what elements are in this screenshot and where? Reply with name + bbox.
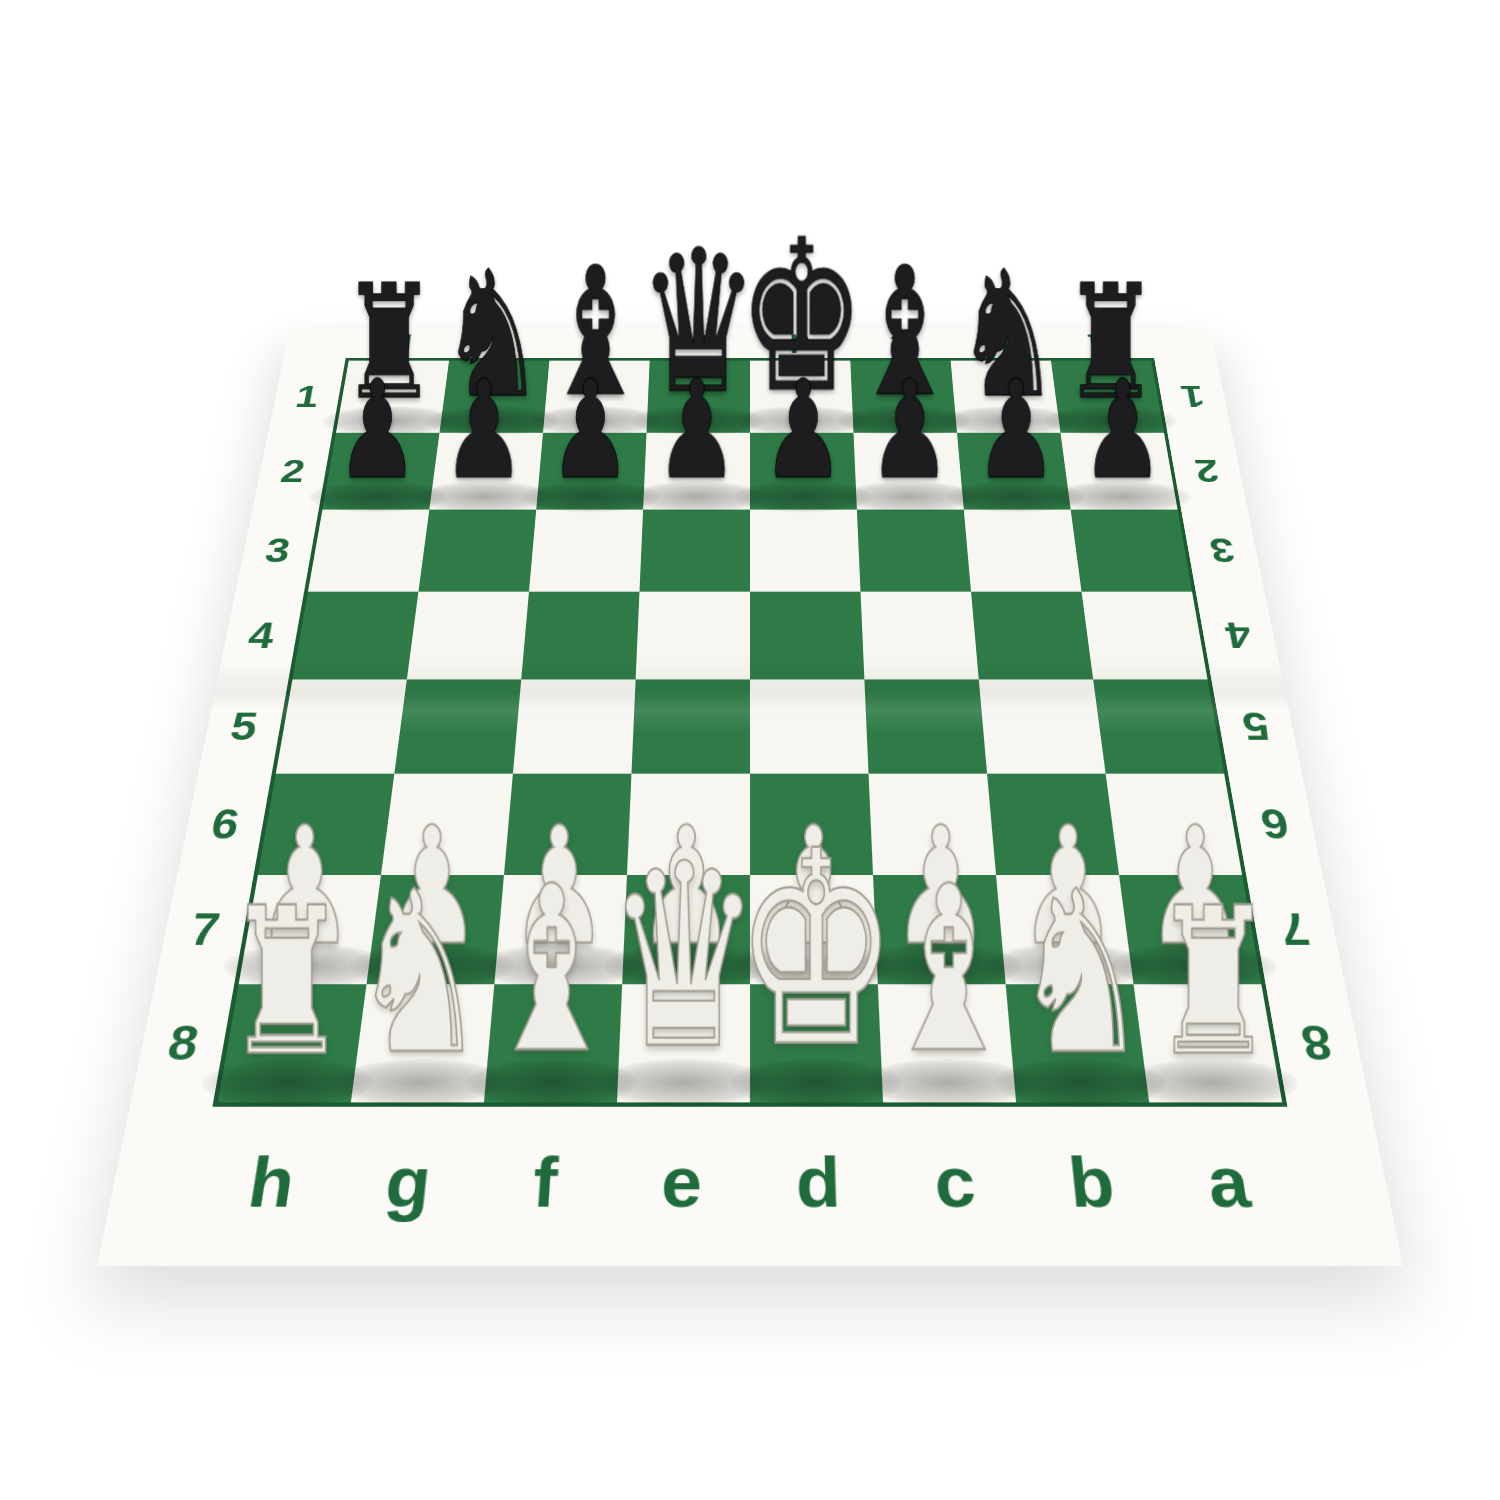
file-label-top-d: d xyxy=(748,331,852,356)
chess-mat: 12345678 12345678 hgfedcba hgfedcba ♜♞♝♛… xyxy=(97,328,1403,1266)
file-label-top-g: g xyxy=(448,331,554,356)
rank-label-right-2: 2 xyxy=(1150,455,1265,487)
rank-label-left-1: 1 xyxy=(251,381,362,411)
rank-label-right-1: 1 xyxy=(1137,381,1248,411)
file-label-top-c: c xyxy=(847,331,952,356)
file-label-top-f: f xyxy=(548,331,653,356)
piece-wR-a8: ♜ xyxy=(1123,884,1303,1087)
rank-label-right-4: 4 xyxy=(1177,617,1300,653)
file-label-top-a: a xyxy=(1045,331,1152,356)
file-label-top-h: h xyxy=(348,331,455,356)
rank-label-left-3: 3 xyxy=(218,533,337,567)
rank-label-left-2: 2 xyxy=(235,455,350,487)
file-label-top-e: e xyxy=(648,331,752,356)
board-scene: 12345678 12345678 hgfedcba hgfedcba ♜♞♝♛… xyxy=(0,0,1500,1500)
rank-label-left-4: 4 xyxy=(199,617,322,653)
rank-label-right-3: 3 xyxy=(1163,533,1282,567)
file-label-top-b: b xyxy=(946,331,1052,356)
